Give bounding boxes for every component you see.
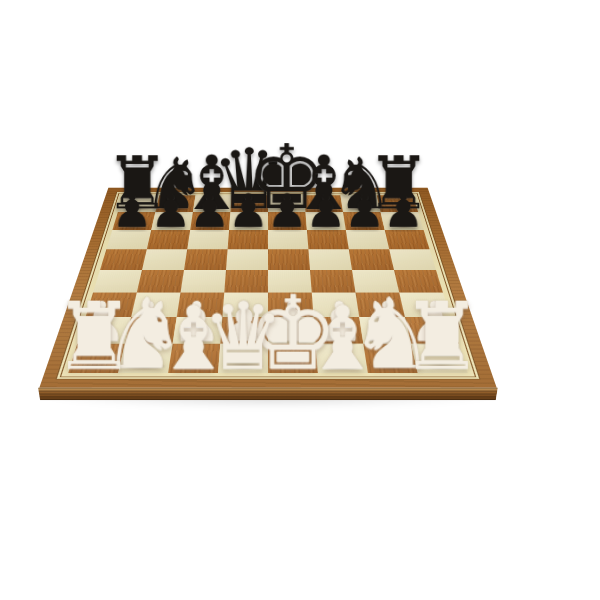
- queen-icon: ♛: [160, 290, 326, 382]
- board-front-edge: [38, 388, 498, 400]
- rook-icon: ♜: [359, 290, 525, 382]
- square-c6[interactable]: [187, 230, 229, 249]
- square-f5[interactable]: [308, 249, 352, 270]
- board-inlay-border: ♜♞♝♛♚♝♞♜♟♟♟♟♟♟♟♟♟♟♟♟♟♟♟♟♜♞♝♛♚♝♞♜: [60, 193, 477, 377]
- rook-icon: ♜: [11, 290, 177, 382]
- square-e6[interactable]: [268, 230, 308, 249]
- square-h5[interactable]: [389, 249, 436, 270]
- square-c5[interactable]: [184, 249, 228, 270]
- pawn-icon: ♟: [339, 188, 468, 234]
- piece-white-rook-h1[interactable]: ♜: [359, 290, 525, 369]
- square-h1[interactable]: ♜: [411, 344, 468, 373]
- square-g6[interactable]: [346, 230, 389, 249]
- square-h6[interactable]: [385, 230, 430, 249]
- square-e5[interactable]: [268, 249, 310, 270]
- square-a6[interactable]: [106, 230, 151, 249]
- square-a5[interactable]: [100, 249, 147, 270]
- square-h7[interactable]: ♟: [381, 212, 424, 230]
- chess-board: ♜♞♝♛♚♝♞♜♟♟♟♟♟♟♟♟♟♟♟♟♟♟♟♟♜♞♝♛♚♝♞♜: [68, 195, 467, 373]
- photo-scene: ♜♞♝♛♚♝♞♜♟♟♟♟♟♟♟♟♟♟♟♟♟♟♟♟♜♞♝♛♚♝♞♜: [0, 0, 600, 600]
- piece-white-rook-a1[interactable]: ♜: [11, 290, 177, 369]
- square-b6[interactable]: [147, 230, 190, 249]
- square-a1[interactable]: ♜: [68, 344, 125, 373]
- square-b5[interactable]: [142, 249, 187, 270]
- piece-black-pawn-h7[interactable]: ♟: [339, 188, 468, 228]
- square-d5[interactable]: [226, 249, 268, 270]
- square-d6[interactable]: [228, 230, 268, 249]
- piece-white-queen-d1[interactable]: ♛: [160, 290, 326, 369]
- board-perspective-wrap: ♜♞♝♛♚♝♞♜♟♟♟♟♟♟♟♟♟♟♟♟♟♟♟♟♜♞♝♛♚♝♞♜: [80, 82, 456, 458]
- square-d1[interactable]: ♛: [218, 344, 268, 373]
- square-f6[interactable]: [307, 230, 349, 249]
- board-3d: ♜♞♝♛♚♝♞♜♟♟♟♟♟♟♟♟♟♟♟♟♟♟♟♟♜♞♝♛♚♝♞♜: [39, 188, 496, 388]
- square-g5[interactable]: [349, 249, 394, 270]
- board-frame: ♜♞♝♛♚♝♞♜♟♟♟♟♟♟♟♟♟♟♟♟♟♟♟♟♜♞♝♛♚♝♞♜: [39, 188, 496, 388]
